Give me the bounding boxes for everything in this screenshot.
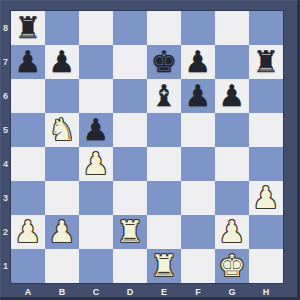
- piece-white-rook[interactable]: ♜: [151, 251, 178, 281]
- square-h8[interactable]: [249, 11, 283, 45]
- piece-black-bishop[interactable]: ♝: [151, 81, 178, 111]
- square-a5[interactable]: [11, 113, 45, 147]
- piece-white-pawn[interactable]: ♟: [253, 183, 280, 213]
- square-c8[interactable]: [79, 11, 113, 45]
- square-b8[interactable]: [45, 11, 79, 45]
- square-b6[interactable]: [45, 79, 79, 113]
- square-c5[interactable]: ♟: [79, 113, 113, 147]
- rank-label-2: 2: [0, 215, 11, 249]
- square-b4[interactable]: [45, 147, 79, 181]
- square-c1[interactable]: [79, 249, 113, 283]
- square-d2[interactable]: ♜: [113, 215, 147, 249]
- square-f1[interactable]: [181, 249, 215, 283]
- square-f4[interactable]: [181, 147, 215, 181]
- file-label-g: G: [215, 283, 249, 300]
- file-label-a: A: [11, 283, 45, 300]
- piece-black-pawn[interactable]: ♟: [185, 81, 212, 111]
- rank-label-7: 7: [0, 45, 11, 79]
- square-h6[interactable]: [249, 79, 283, 113]
- rank-label-6: 6: [0, 79, 11, 113]
- square-a6[interactable]: [11, 79, 45, 113]
- square-c6[interactable]: [79, 79, 113, 113]
- square-a2[interactable]: ♟: [11, 215, 45, 249]
- square-g2[interactable]: ♟: [215, 215, 249, 249]
- square-f6[interactable]: ♟: [181, 79, 215, 113]
- square-f7[interactable]: ♟: [181, 45, 215, 79]
- square-e3[interactable]: [147, 181, 181, 215]
- file-label-e: E: [147, 283, 181, 300]
- piece-black-rook[interactable]: ♜: [253, 47, 280, 77]
- piece-black-pawn[interactable]: ♟: [83, 115, 110, 145]
- rank-label-8: 8: [0, 11, 11, 45]
- square-f5[interactable]: [181, 113, 215, 147]
- square-g5[interactable]: [215, 113, 249, 147]
- file-label-b: B: [45, 283, 79, 300]
- square-f3[interactable]: [181, 181, 215, 215]
- file-label-f: F: [181, 283, 215, 300]
- piece-white-pawn[interactable]: ♟: [83, 149, 110, 179]
- square-g3[interactable]: [215, 181, 249, 215]
- square-c2[interactable]: [79, 215, 113, 249]
- square-h3[interactable]: ♟: [249, 181, 283, 215]
- square-h7[interactable]: ♜: [249, 45, 283, 79]
- rank-label-5: 5: [0, 113, 11, 147]
- square-e4[interactable]: [147, 147, 181, 181]
- square-a8[interactable]: ♜: [11, 11, 45, 45]
- square-a3[interactable]: [11, 181, 45, 215]
- square-e1[interactable]: ♜: [147, 249, 181, 283]
- square-e8[interactable]: [147, 11, 181, 45]
- chess-board: ♜♟♟♚♟♜♝♟♟♞♟♟♟♟♟♜♟♜♚: [11, 11, 283, 283]
- square-d8[interactable]: [113, 11, 147, 45]
- square-c3[interactable]: [79, 181, 113, 215]
- square-f8[interactable]: [181, 11, 215, 45]
- piece-white-knight[interactable]: ♞: [49, 115, 76, 145]
- file-label-d: D: [113, 283, 147, 300]
- square-h4[interactable]: [249, 147, 283, 181]
- square-g1[interactable]: ♚: [215, 249, 249, 283]
- square-d5[interactable]: [113, 113, 147, 147]
- square-h1[interactable]: [249, 249, 283, 283]
- square-c7[interactable]: [79, 45, 113, 79]
- square-g7[interactable]: [215, 45, 249, 79]
- square-b5[interactable]: ♞: [45, 113, 79, 147]
- square-e6[interactable]: ♝: [147, 79, 181, 113]
- square-d3[interactable]: [113, 181, 147, 215]
- square-d4[interactable]: [113, 147, 147, 181]
- file-labels: ABCDEFGH: [11, 283, 283, 300]
- file-label-h: H: [249, 283, 283, 300]
- rank-label-4: 4: [0, 147, 11, 181]
- square-e5[interactable]: [147, 113, 181, 147]
- piece-white-pawn[interactable]: ♟: [49, 217, 76, 247]
- square-a7[interactable]: ♟: [11, 45, 45, 79]
- piece-black-pawn[interactable]: ♟: [15, 47, 42, 77]
- piece-black-king[interactable]: ♚: [151, 47, 178, 77]
- piece-black-pawn[interactable]: ♟: [185, 47, 212, 77]
- square-d7[interactable]: [113, 45, 147, 79]
- piece-white-rook[interactable]: ♜: [117, 217, 144, 247]
- rank-labels: 87654321: [0, 11, 11, 283]
- square-g6[interactable]: ♟: [215, 79, 249, 113]
- square-d1[interactable]: [113, 249, 147, 283]
- chess-board-frame: 87654321 ABCDEFGH ♜♟♟♚♟♜♝♟♟♞♟♟♟♟♟♜♟♜♚: [0, 0, 300, 300]
- piece-black-pawn[interactable]: ♟: [49, 47, 76, 77]
- square-d6[interactable]: [113, 79, 147, 113]
- square-b7[interactable]: ♟: [45, 45, 79, 79]
- square-c4[interactable]: ♟: [79, 147, 113, 181]
- square-h5[interactable]: [249, 113, 283, 147]
- square-b3[interactable]: [45, 181, 79, 215]
- square-e2[interactable]: [147, 215, 181, 249]
- square-a1[interactable]: [11, 249, 45, 283]
- piece-white-king[interactable]: ♚: [219, 251, 246, 281]
- piece-white-pawn[interactable]: ♟: [15, 217, 42, 247]
- square-g4[interactable]: [215, 147, 249, 181]
- square-e7[interactable]: ♚: [147, 45, 181, 79]
- square-g8[interactable]: [215, 11, 249, 45]
- piece-white-pawn[interactable]: ♟: [219, 217, 246, 247]
- square-h2[interactable]: [249, 215, 283, 249]
- file-label-c: C: [79, 283, 113, 300]
- rank-label-3: 3: [0, 181, 11, 215]
- piece-black-rook[interactable]: ♜: [15, 13, 42, 43]
- square-b2[interactable]: ♟: [45, 215, 79, 249]
- piece-black-pawn[interactable]: ♟: [219, 81, 246, 111]
- square-a4[interactable]: [11, 147, 45, 181]
- rank-label-1: 1: [0, 249, 11, 283]
- square-b1[interactable]: [45, 249, 79, 283]
- square-f2[interactable]: [181, 215, 215, 249]
